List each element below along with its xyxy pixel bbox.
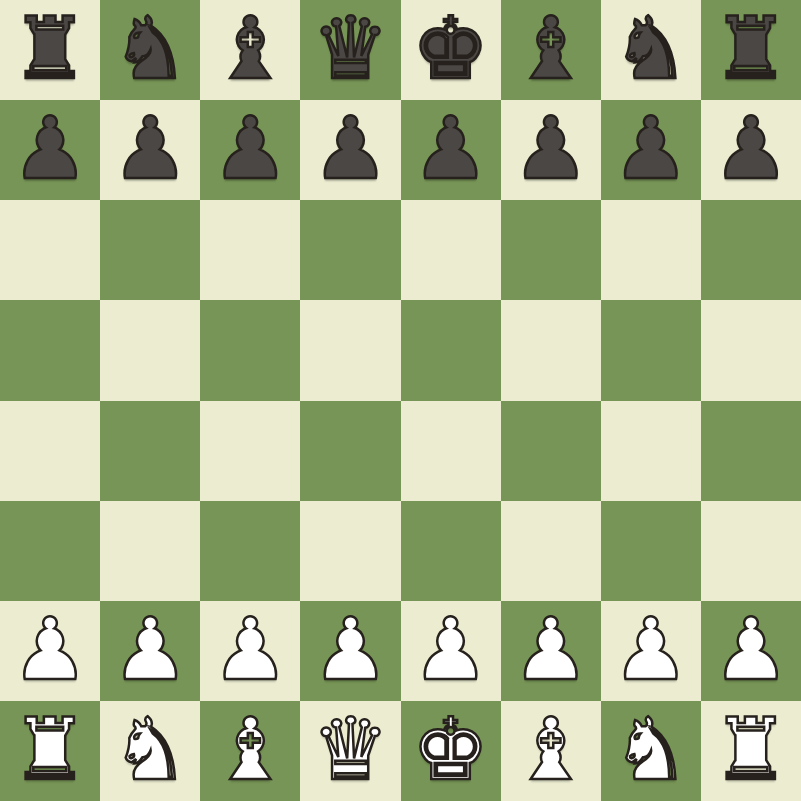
square-g4[interactable] — [601, 401, 701, 501]
black-pawn[interactable]: ♟ — [412, 105, 489, 191]
white-pawn[interactable]: ♟ — [512, 606, 589, 692]
square-c4[interactable] — [200, 401, 300, 501]
square-c1[interactable]: ♝ — [200, 701, 300, 801]
black-pawn[interactable]: ♟ — [112, 105, 189, 191]
white-rook[interactable]: ♜ — [712, 706, 789, 792]
black-bishop[interactable]: ♝ — [212, 5, 289, 91]
square-g6[interactable] — [601, 200, 701, 300]
black-knight[interactable]: ♞ — [112, 5, 189, 91]
square-h2[interactable]: ♟ — [701, 601, 801, 701]
square-d4[interactable] — [300, 401, 400, 501]
square-g1[interactable]: ♞ — [601, 701, 701, 801]
square-b3[interactable] — [100, 501, 200, 601]
square-d1[interactable]: ♛ — [300, 701, 400, 801]
square-g8[interactable]: ♞ — [601, 0, 701, 100]
square-c3[interactable] — [200, 501, 300, 601]
black-pawn[interactable]: ♟ — [212, 105, 289, 191]
black-pawn[interactable]: ♟ — [612, 105, 689, 191]
black-pawn[interactable]: ♟ — [512, 105, 589, 191]
square-a4[interactable] — [0, 401, 100, 501]
square-e6[interactable] — [401, 200, 501, 300]
square-f6[interactable] — [501, 200, 601, 300]
square-e3[interactable] — [401, 501, 501, 601]
square-g2[interactable]: ♟ — [601, 601, 701, 701]
square-d3[interactable] — [300, 501, 400, 601]
square-c5[interactable] — [200, 300, 300, 400]
square-b4[interactable] — [100, 401, 200, 501]
square-b6[interactable] — [100, 200, 200, 300]
square-e1[interactable]: ♚ — [401, 701, 501, 801]
black-pawn[interactable]: ♟ — [312, 105, 389, 191]
square-a1[interactable]: ♜ — [0, 701, 100, 801]
square-d8[interactable]: ♛ — [300, 0, 400, 100]
white-bishop[interactable]: ♝ — [212, 706, 289, 792]
square-a3[interactable] — [0, 501, 100, 601]
square-a2[interactable]: ♟ — [0, 601, 100, 701]
square-a8[interactable]: ♜ — [0, 0, 100, 100]
square-b5[interactable] — [100, 300, 200, 400]
black-rook[interactable]: ♜ — [712, 5, 789, 91]
white-pawn[interactable]: ♟ — [612, 606, 689, 692]
white-pawn[interactable]: ♟ — [412, 606, 489, 692]
black-bishop[interactable]: ♝ — [512, 5, 589, 91]
chess-board: ♜♞♝♛♚♝♞♜♟♟♟♟♟♟♟♟♟♟♟♟♟♟♟♟♜♞♝♛♚♝♞♜ — [0, 0, 801, 801]
square-c6[interactable] — [200, 200, 300, 300]
square-h3[interactable] — [701, 501, 801, 601]
square-a7[interactable]: ♟ — [0, 100, 100, 200]
white-king[interactable]: ♚ — [412, 706, 489, 792]
square-a6[interactable] — [0, 200, 100, 300]
black-queen[interactable]: ♛ — [312, 5, 389, 91]
square-g7[interactable]: ♟ — [601, 100, 701, 200]
square-f2[interactable]: ♟ — [501, 601, 601, 701]
square-h7[interactable]: ♟ — [701, 100, 801, 200]
square-e8[interactable]: ♚ — [401, 0, 501, 100]
square-f3[interactable] — [501, 501, 601, 601]
square-f5[interactable] — [501, 300, 601, 400]
square-f1[interactable]: ♝ — [501, 701, 601, 801]
square-b8[interactable]: ♞ — [100, 0, 200, 100]
black-knight[interactable]: ♞ — [612, 5, 689, 91]
white-pawn[interactable]: ♟ — [112, 606, 189, 692]
square-g3[interactable] — [601, 501, 701, 601]
square-d6[interactable] — [300, 200, 400, 300]
white-knight[interactable]: ♞ — [612, 706, 689, 792]
square-f8[interactable]: ♝ — [501, 0, 601, 100]
white-queen[interactable]: ♛ — [312, 706, 389, 792]
square-g5[interactable] — [601, 300, 701, 400]
square-h8[interactable]: ♜ — [701, 0, 801, 100]
square-f4[interactable] — [501, 401, 601, 501]
square-c2[interactable]: ♟ — [200, 601, 300, 701]
black-king[interactable]: ♚ — [412, 5, 489, 91]
square-h5[interactable] — [701, 300, 801, 400]
square-b7[interactable]: ♟ — [100, 100, 200, 200]
square-d2[interactable]: ♟ — [300, 601, 400, 701]
square-e4[interactable] — [401, 401, 501, 501]
white-pawn[interactable]: ♟ — [12, 606, 89, 692]
square-b1[interactable]: ♞ — [100, 701, 200, 801]
square-e2[interactable]: ♟ — [401, 601, 501, 701]
square-b2[interactable]: ♟ — [100, 601, 200, 701]
square-h1[interactable]: ♜ — [701, 701, 801, 801]
square-f7[interactable]: ♟ — [501, 100, 601, 200]
square-d7[interactable]: ♟ — [300, 100, 400, 200]
black-rook[interactable]: ♜ — [12, 5, 89, 91]
white-pawn[interactable]: ♟ — [712, 606, 789, 692]
square-d5[interactable] — [300, 300, 400, 400]
square-c7[interactable]: ♟ — [200, 100, 300, 200]
square-h4[interactable] — [701, 401, 801, 501]
white-bishop[interactable]: ♝ — [512, 706, 589, 792]
square-e5[interactable] — [401, 300, 501, 400]
white-rook[interactable]: ♜ — [12, 706, 89, 792]
white-pawn[interactable]: ♟ — [212, 606, 289, 692]
square-e7[interactable]: ♟ — [401, 100, 501, 200]
black-pawn[interactable]: ♟ — [712, 105, 789, 191]
square-c8[interactable]: ♝ — [200, 0, 300, 100]
white-pawn[interactable]: ♟ — [312, 606, 389, 692]
square-h6[interactable] — [701, 200, 801, 300]
square-a5[interactable] — [0, 300, 100, 400]
white-knight[interactable]: ♞ — [112, 706, 189, 792]
black-pawn[interactable]: ♟ — [12, 105, 89, 191]
